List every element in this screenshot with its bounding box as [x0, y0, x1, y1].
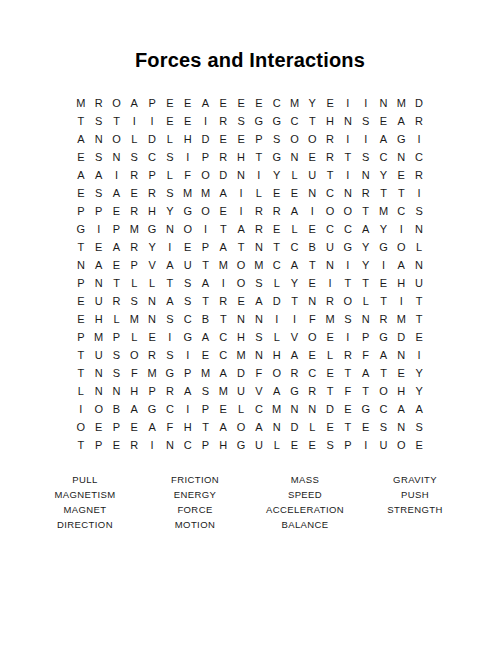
grid-cell: G	[268, 112, 286, 130]
grid-cell: I	[303, 202, 321, 220]
grid-cell: O	[179, 220, 197, 238]
grid-cell: I	[125, 112, 143, 130]
grid-cell: O	[232, 274, 250, 292]
grid-cell: A	[72, 166, 90, 184]
grid-cell: Y	[375, 166, 393, 184]
grid-cell: E	[321, 328, 339, 346]
grid-cell: Y	[286, 274, 304, 292]
grid-cell: M	[197, 364, 215, 382]
grid-cell: G	[392, 130, 410, 148]
grid-cell: N	[161, 220, 179, 238]
grid-cell: I	[90, 220, 108, 238]
grid-cell: O	[392, 436, 410, 454]
grid-cell: A	[197, 94, 215, 112]
grid-cell: T	[375, 364, 393, 382]
word-list: PULLMAGNETISMMAGNETDIRECTIONFRICTIONENER…	[30, 472, 470, 532]
grid-cell: R	[250, 220, 268, 238]
grid-cell: T	[232, 238, 250, 256]
grid-cell: U	[90, 346, 108, 364]
grid-cell: A	[357, 220, 375, 238]
grid-cell: T	[161, 274, 179, 292]
grid-cell: S	[161, 184, 179, 202]
grid-cell: P	[108, 418, 126, 436]
grid-cell: T	[303, 256, 321, 274]
grid-cell: P	[250, 130, 268, 148]
grid-cell: D	[197, 130, 215, 148]
grid-cell: E	[90, 238, 108, 256]
grid-cell: T	[197, 256, 215, 274]
grid-cell: G	[250, 112, 268, 130]
grid-cell: A	[179, 382, 197, 400]
grid-cell: S	[161, 310, 179, 328]
grid-cell: P	[357, 328, 375, 346]
worksheet-page: Forces and Interactions MROAPEEAEEECMYEI…	[0, 0, 500, 647]
grid-cell: A	[268, 382, 286, 400]
grid-cell: T	[108, 274, 126, 292]
grid-cell: O	[392, 238, 410, 256]
grid-cell: I	[197, 112, 215, 130]
grid-cell: A	[197, 328, 215, 346]
grid-cell: E	[125, 184, 143, 202]
grid-cell: C	[375, 400, 393, 418]
grid-cell: N	[90, 364, 108, 382]
grid-cell: P	[179, 364, 197, 382]
grid-cell: H	[143, 202, 161, 220]
grid-cell: L	[268, 274, 286, 292]
grid-cell: E	[286, 184, 304, 202]
grid-cell: E	[268, 184, 286, 202]
grid-cell: S	[90, 112, 108, 130]
grid-cell: T	[410, 292, 428, 310]
grid-cell: D	[268, 292, 286, 310]
grid-cell: T	[72, 346, 90, 364]
grid-cell: N	[232, 166, 250, 184]
grid-cell: N	[286, 400, 304, 418]
grid-cell: T	[214, 310, 232, 328]
grid-cell: H	[321, 112, 339, 130]
grid-cell: R	[143, 346, 161, 364]
grid-cell: E	[161, 94, 179, 112]
grid-cell: S	[357, 148, 375, 166]
grid-cell: I	[250, 166, 268, 184]
grid-cell: I	[268, 310, 286, 328]
grid-cell: Y	[268, 166, 286, 184]
grid-cell: P	[143, 382, 161, 400]
grid-cell: T	[197, 418, 215, 436]
grid-cell: E	[214, 130, 232, 148]
grid-cell: S	[90, 148, 108, 166]
grid-cell: R	[108, 292, 126, 310]
grid-cell: G	[286, 382, 304, 400]
grid-cell: G	[72, 220, 90, 238]
grid-cell: C	[410, 148, 428, 166]
grid-cell: E	[72, 310, 90, 328]
grid-cell: A	[197, 274, 215, 292]
grid-cell: T	[410, 310, 428, 328]
grid-cell: L	[72, 382, 90, 400]
grid-cell: G	[232, 436, 250, 454]
grid-cell: S	[125, 292, 143, 310]
grid-cell: T	[357, 274, 375, 292]
grid-cell: E	[143, 328, 161, 346]
grid-cell: R	[410, 166, 428, 184]
grid-cell: C	[303, 364, 321, 382]
grid-cell: A	[161, 292, 179, 310]
grid-cell: E	[214, 202, 232, 220]
grid-cell: V	[286, 328, 304, 346]
grid-cell: N	[108, 148, 126, 166]
grid-cell: L	[268, 436, 286, 454]
grid-cell: R	[321, 292, 339, 310]
grid-cell: T	[72, 364, 90, 382]
grid-cell: R	[321, 130, 339, 148]
grid-cell: O	[232, 418, 250, 436]
grid-cell: N	[250, 346, 268, 364]
word-item: MOTION	[140, 517, 250, 532]
grid-cell: E	[232, 94, 250, 112]
grid-cell: L	[321, 346, 339, 364]
grid-cell: E	[214, 400, 232, 418]
grid-cell: N	[143, 292, 161, 310]
grid-cell: I	[232, 184, 250, 202]
grid-cell: E	[214, 94, 232, 112]
grid-cell: S	[179, 274, 197, 292]
grid-cell: N	[410, 256, 428, 274]
grid-cell: A	[214, 184, 232, 202]
grid-cell: E	[161, 112, 179, 130]
grid-cell: R	[339, 346, 357, 364]
grid-cell: M	[286, 94, 304, 112]
grid-cell: G	[143, 220, 161, 238]
grid-cell: G	[179, 202, 197, 220]
grid-cell: N	[250, 310, 268, 328]
grid-cell: G	[375, 238, 393, 256]
grid-cell: E	[392, 166, 410, 184]
grid-cell: R	[286, 364, 304, 382]
grid-cell: N	[375, 94, 393, 112]
grid-cell: P	[197, 436, 215, 454]
grid-cell: A	[375, 346, 393, 364]
grid-cell: I	[232, 202, 250, 220]
grid-cell: M	[214, 382, 232, 400]
grid-cell: A	[286, 256, 304, 274]
grid-cell: I	[143, 436, 161, 454]
grid-cell: T	[392, 184, 410, 202]
grid-cell: D	[143, 130, 161, 148]
grid-cell: L	[286, 220, 304, 238]
grid-cell: L	[410, 238, 428, 256]
grid-cell: D	[232, 364, 250, 382]
grid-cell: M	[125, 220, 143, 238]
grid-cell: O	[125, 346, 143, 364]
grid-cell: O	[286, 130, 304, 148]
grid-cell: E	[339, 400, 357, 418]
grid-cell: I	[214, 274, 232, 292]
grid-cell: T	[72, 436, 90, 454]
grid-cell: V	[143, 256, 161, 274]
grid-cell: P	[197, 148, 215, 166]
grid-cell: I	[143, 112, 161, 130]
grid-cell: I	[108, 166, 126, 184]
grid-cell: E	[303, 346, 321, 364]
grid-cell: C	[214, 328, 232, 346]
grid-cell: H	[232, 148, 250, 166]
grid-cell: E	[179, 238, 197, 256]
grid-cell: E	[108, 256, 126, 274]
grid-cell: I	[410, 346, 428, 364]
grid-cell: H	[214, 436, 232, 454]
grid-cell: E	[375, 112, 393, 130]
grid-cell: T	[339, 418, 357, 436]
grid-cell: R	[375, 310, 393, 328]
grid-cell: T	[108, 112, 126, 130]
grid-cell: S	[179, 292, 197, 310]
grid-cell: Y	[375, 220, 393, 238]
grid-cell: S	[357, 112, 375, 130]
word-list-column: MASSSPEEDACCELERATIONBALANCE	[250, 472, 360, 532]
grid-cell: N	[143, 310, 161, 328]
grid-cell: I	[161, 238, 179, 256]
grid-cell: S	[161, 346, 179, 364]
grid-cell: U	[90, 292, 108, 310]
word-list-column: FRICTIONENERGYFORCEMOTION	[140, 472, 250, 532]
grid-cell: C	[375, 148, 393, 166]
grid-cell: N	[321, 256, 339, 274]
grid-cell: S	[125, 148, 143, 166]
grid-cell: A	[108, 238, 126, 256]
grid-cell: I	[392, 220, 410, 238]
grid-cell: O	[90, 400, 108, 418]
letter-grid: MROAPEEAEEECMYEIINMDTSTIIEEIRSGGCTHNSEAR…	[72, 94, 428, 454]
grid-cell: T	[268, 238, 286, 256]
grid-cell: E	[125, 418, 143, 436]
grid-cell: N	[250, 238, 268, 256]
grid-cell: A	[214, 364, 232, 382]
grid-cell: H	[268, 346, 286, 364]
grid-cell: G	[161, 364, 179, 382]
grid-cell: E	[108, 436, 126, 454]
grid-cell: I	[321, 274, 339, 292]
grid-cell: C	[268, 256, 286, 274]
word-item: ENERGY	[140, 487, 250, 502]
grid-cell: O	[268, 364, 286, 382]
grid-cell: R	[357, 184, 375, 202]
word-list-column: PULLMAGNETISMMAGNETDIRECTION	[30, 472, 140, 532]
grid-cell: E	[410, 328, 428, 346]
grid-cell: S	[197, 382, 215, 400]
grid-cell: E	[268, 220, 286, 238]
grid-cell: I	[339, 166, 357, 184]
grid-cell: N	[303, 184, 321, 202]
grid-cell: I	[339, 130, 357, 148]
grid-cell: T	[321, 382, 339, 400]
grid-cell: F	[125, 364, 143, 382]
grid-cell: E	[357, 418, 375, 436]
grid-cell: I	[392, 292, 410, 310]
grid-cell: L	[268, 328, 286, 346]
grid-cell: T	[339, 274, 357, 292]
grid-cell: R	[321, 148, 339, 166]
grid-cell: E	[232, 292, 250, 310]
grid-cell: E	[250, 94, 268, 112]
grid-cell: A	[286, 346, 304, 364]
grid-cell: G	[375, 328, 393, 346]
grid-cell: C	[392, 202, 410, 220]
grid-cell: E	[321, 364, 339, 382]
grid-cell: O	[339, 292, 357, 310]
grid-cell: M	[72, 94, 90, 112]
grid-cell: T	[197, 292, 215, 310]
grid-cell: I	[197, 220, 215, 238]
grid-cell: M	[392, 94, 410, 112]
grid-cell: G	[268, 148, 286, 166]
grid-cell: T	[72, 112, 90, 130]
grid-cell: C	[214, 346, 232, 364]
grid-cell: A	[161, 256, 179, 274]
grid-cell: N	[339, 112, 357, 130]
word-item: STRENGTH	[360, 502, 470, 517]
word-item: GRAVITY	[360, 472, 470, 487]
grid-cell: H	[392, 274, 410, 292]
grid-cell: O	[72, 418, 90, 436]
grid-cell: N	[161, 436, 179, 454]
grid-cell: S	[90, 184, 108, 202]
grid-cell: P	[90, 202, 108, 220]
grid-cell: T	[250, 148, 268, 166]
grid-cell: N	[303, 400, 321, 418]
grid-cell: R	[125, 436, 143, 454]
grid-cell: C	[321, 184, 339, 202]
grid-cell: U	[179, 256, 197, 274]
grid-cell: S	[232, 112, 250, 130]
grid-cell: P	[108, 220, 126, 238]
grid-cell: P	[197, 400, 215, 418]
grid-cell: L	[357, 292, 375, 310]
grid-cell: Y	[303, 94, 321, 112]
grid-cell: N	[357, 166, 375, 184]
grid-cell: E	[303, 148, 321, 166]
grid-cell: O	[321, 202, 339, 220]
grid-cell: A	[392, 112, 410, 130]
grid-cell: T	[72, 238, 90, 256]
grid-cell: E	[90, 418, 108, 436]
puzzle-title: Forces and Interactions	[0, 49, 500, 72]
grid-cell: U	[321, 238, 339, 256]
grid-cell: R	[125, 202, 143, 220]
grid-cell: A	[392, 400, 410, 418]
grid-cell: E	[179, 112, 197, 130]
grid-cell: R	[410, 112, 428, 130]
grid-cell: P	[90, 436, 108, 454]
grid-cell: E	[179, 94, 197, 112]
grid-cell: I	[339, 328, 357, 346]
grid-cell: S	[250, 328, 268, 346]
grid-cell: C	[179, 310, 197, 328]
grid-cell: M	[232, 346, 250, 364]
grid-cell: I	[179, 400, 197, 418]
grid-cell: A	[125, 400, 143, 418]
grid-cell: L	[125, 274, 143, 292]
grid-cell: N	[339, 184, 357, 202]
grid-cell: P	[72, 202, 90, 220]
grid-cell: L	[286, 166, 304, 184]
grid-cell: A	[286, 202, 304, 220]
grid-cell: C	[250, 400, 268, 418]
grid-cell: E	[303, 436, 321, 454]
word-item: SPEED	[250, 487, 360, 502]
grid-cell: N	[90, 382, 108, 400]
grid-cell: I	[357, 94, 375, 112]
grid-cell: P	[72, 274, 90, 292]
grid-cell: I	[410, 184, 428, 202]
grid-cell: B	[303, 238, 321, 256]
grid-cell: A	[250, 292, 268, 310]
grid-cell: I	[286, 310, 304, 328]
grid-cell: R	[250, 202, 268, 220]
grid-cell: Y	[143, 238, 161, 256]
grid-cell: T	[375, 292, 393, 310]
grid-cell: O	[303, 328, 321, 346]
grid-cell: I	[72, 400, 90, 418]
grid-cell: P	[339, 436, 357, 454]
grid-cell: N	[286, 148, 304, 166]
grid-cell: I	[375, 256, 393, 274]
grid-cell: P	[143, 94, 161, 112]
grid-cell: I	[357, 436, 375, 454]
grid-cell: C	[286, 112, 304, 130]
grid-cell: A	[72, 130, 90, 148]
grid-cell: R	[303, 382, 321, 400]
grid-cell: R	[125, 166, 143, 184]
grid-cell: N	[232, 310, 250, 328]
grid-cell: S	[321, 436, 339, 454]
grid-cell: A	[108, 184, 126, 202]
grid-cell: S	[339, 310, 357, 328]
grid-cell: I	[357, 130, 375, 148]
grid-cell: E	[72, 184, 90, 202]
grid-cell: E	[375, 274, 393, 292]
word-item: PUSH	[360, 487, 470, 502]
grid-cell: M	[392, 310, 410, 328]
grid-cell: S	[250, 274, 268, 292]
grid-cell: T	[321, 166, 339, 184]
grid-cell: E	[232, 130, 250, 148]
grid-cell: F	[357, 346, 375, 364]
grid-cell: U	[410, 274, 428, 292]
grid-cell: L	[303, 418, 321, 436]
grid-cell: B	[108, 400, 126, 418]
grid-cell: A	[232, 220, 250, 238]
grid-cell: R	[214, 112, 232, 130]
grid-cell: O	[108, 130, 126, 148]
grid-cell: D	[410, 94, 428, 112]
grid-cell: D	[214, 166, 232, 184]
grid-cell: N	[392, 418, 410, 436]
grid-cell: S	[161, 148, 179, 166]
grid-cell: R	[161, 382, 179, 400]
grid-cell: E	[392, 364, 410, 382]
grid-cell: H	[125, 382, 143, 400]
grid-cell: A	[250, 418, 268, 436]
grid-cell: F	[250, 364, 268, 382]
grid-cell: G	[179, 328, 197, 346]
grid-cell: A	[214, 418, 232, 436]
grid-cell: N	[392, 346, 410, 364]
grid-cell: T	[303, 112, 321, 130]
word-item: MAGNETISM	[30, 487, 140, 502]
grid-cell: T	[214, 220, 232, 238]
grid-cell: C	[179, 436, 197, 454]
